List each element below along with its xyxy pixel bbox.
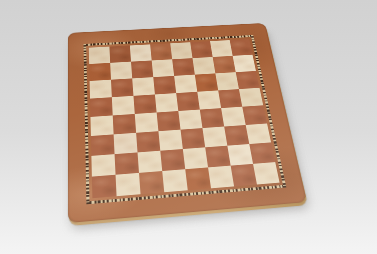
square-b6[interactable] [111, 78, 133, 97]
square-c7[interactable] [131, 60, 153, 78]
square-e2[interactable] [183, 147, 208, 169]
square-h8[interactable] [230, 39, 253, 56]
square-d5[interactable] [155, 93, 178, 112]
square-f1[interactable] [208, 166, 234, 189]
square-a8[interactable] [89, 47, 110, 64]
square-f5[interactable] [197, 90, 221, 109]
square-a5[interactable] [90, 97, 113, 117]
square-b4[interactable] [113, 114, 136, 134]
square-f4[interactable] [200, 108, 224, 128]
square-c5[interactable] [133, 94, 156, 113]
square-a6[interactable] [90, 80, 112, 99]
studio-backdrop [0, 0, 377, 254]
square-d2[interactable] [160, 149, 185, 171]
square-d4[interactable] [157, 111, 181, 131]
square-e1[interactable] [185, 167, 211, 190]
square-a2[interactable] [91, 154, 115, 176]
square-a3[interactable] [91, 134, 115, 155]
square-h7[interactable] [233, 55, 256, 72]
square-f7[interactable] [192, 57, 215, 75]
square-d8[interactable] [150, 43, 172, 60]
square-c1[interactable] [139, 171, 164, 194]
square-d1[interactable] [162, 169, 188, 192]
square-f2[interactable] [205, 146, 230, 168]
square-c8[interactable] [130, 44, 152, 61]
square-c3[interactable] [136, 131, 160, 152]
squares-grid [89, 39, 280, 198]
square-h5[interactable] [239, 88, 263, 107]
square-c4[interactable] [135, 112, 159, 132]
square-f8[interactable] [190, 41, 212, 58]
square-b5[interactable] [112, 96, 135, 116]
square-h4[interactable] [242, 105, 267, 125]
square-h3[interactable] [246, 123, 271, 144]
square-e7[interactable] [172, 58, 195, 76]
square-h6[interactable] [236, 71, 260, 89]
square-e5[interactable] [176, 92, 200, 111]
square-e6[interactable] [174, 75, 197, 93]
square-e4[interactable] [178, 110, 202, 130]
square-h1[interactable] [253, 162, 280, 184]
square-e8[interactable] [170, 42, 192, 59]
square-d3[interactable] [158, 130, 182, 151]
square-a7[interactable] [89, 63, 111, 81]
square-f3[interactable] [202, 127, 227, 148]
square-e3[interactable] [181, 128, 206, 149]
chess-board [68, 23, 307, 223]
square-b1[interactable] [116, 173, 141, 196]
square-h2[interactable] [249, 142, 275, 163]
square-a1[interactable] [92, 175, 117, 198]
square-f6[interactable] [195, 73, 218, 91]
square-d7[interactable] [152, 59, 174, 77]
square-d6[interactable] [153, 76, 176, 95]
square-a4[interactable] [90, 115, 113, 136]
square-b8[interactable] [109, 45, 131, 62]
square-c2[interactable] [138, 151, 163, 173]
square-c6[interactable] [132, 77, 155, 96]
square-b2[interactable] [115, 152, 139, 174]
square-b7[interactable] [110, 62, 132, 80]
square-b3[interactable] [114, 133, 138, 154]
